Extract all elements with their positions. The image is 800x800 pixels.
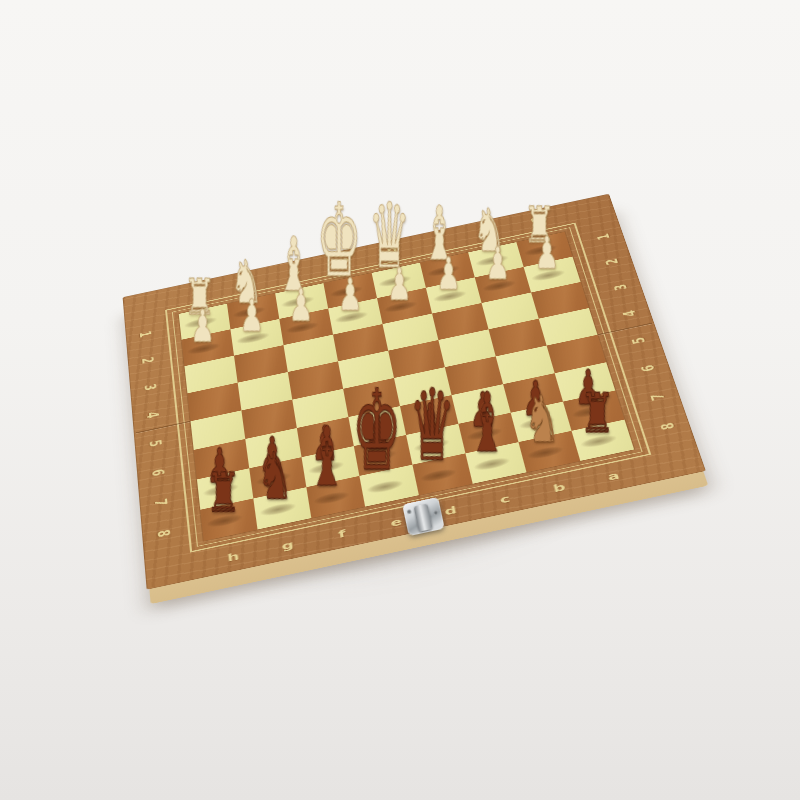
- clasp-bar-icon: [414, 504, 433, 532]
- rank-label-left-2: 2: [136, 350, 158, 371]
- rank-label-left-1: 1: [134, 324, 156, 344]
- screw-icon: [433, 510, 438, 515]
- rank-label-left-7: 7: [148, 491, 172, 514]
- rank-label-left-8: 8: [151, 522, 175, 546]
- rank-label-right-7: 7: [644, 386, 672, 409]
- screw-icon: [407, 509, 412, 514]
- file-label-near-a: a: [595, 466, 632, 486]
- rank-label-left-4: 4: [141, 404, 164, 426]
- rank-label-left-5: 5: [143, 432, 166, 454]
- black-rook-icon: ♜: [579, 386, 614, 441]
- rank-label-right-8: 8: [654, 415, 683, 438]
- rank-label-right-6: 6: [635, 357, 663, 379]
- black-bishop-icon: ♝: [469, 382, 506, 464]
- chess-board: hhggffeeddccbbaa1122334455667788 ♜♞♝♛♚♝♞…: [79, 63, 710, 694]
- black-rook-icon: ♜: [205, 466, 240, 521]
- rank-label-right-3: 3: [608, 277, 635, 297]
- black-king-icon: ♚: [352, 375, 402, 486]
- file-label-near-c: c: [487, 489, 524, 509]
- board-3d-plane: hhggffeeddccbbaa1122334455667788 ♜♞♝♛♚♝♞…: [123, 194, 706, 590]
- rank-label-left-6: 6: [146, 461, 170, 484]
- file-label-near-g: g: [270, 535, 305, 556]
- rank-label-right-5: 5: [626, 330, 653, 351]
- product-photo-scene: hhggffeeddccbbaa1122334455667788 ♜♞♝♛♚♝♞…: [0, 0, 800, 800]
- clasp-plate-icon: [402, 497, 445, 536]
- rank-label-right-4: 4: [617, 303, 644, 324]
- rank-label-right-1: 1: [591, 227, 617, 247]
- file-label-near-f: f: [324, 524, 360, 545]
- black-queen-icon: ♛: [409, 377, 455, 476]
- file-label-near-b: b: [541, 478, 578, 498]
- file-label-near-h: h: [216, 547, 251, 568]
- black-knight-icon: ♞: [257, 444, 293, 509]
- rank-label-right-2: 2: [599, 252, 625, 272]
- black-knight-icon: ♞: [524, 387, 560, 452]
- black-bishop-icon: ♝: [309, 416, 346, 498]
- rank-label-left-3: 3: [138, 377, 161, 398]
